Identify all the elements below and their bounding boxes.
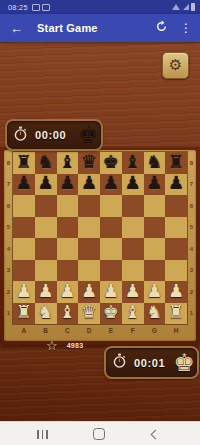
notification-icons xyxy=(32,4,50,11)
piece-black-pawn[interactable]: ♟ xyxy=(81,174,97,192)
rank-label-1: 1 xyxy=(187,303,196,325)
white-clock-value: 00:01 xyxy=(134,357,165,369)
square-g4[interactable] xyxy=(144,238,166,260)
file-label-e: E xyxy=(100,324,122,336)
square-f5[interactable] xyxy=(122,217,144,239)
piece-white-pawn[interactable]: ♟ xyxy=(81,282,97,300)
refresh-icon[interactable] xyxy=(155,19,168,37)
square-d5[interactable] xyxy=(78,217,100,239)
piece-white-pawn[interactable]: ♟ xyxy=(103,282,119,300)
score-value: 4983 xyxy=(67,342,84,349)
square-b6[interactable] xyxy=(35,195,57,217)
square-g7[interactable]: ♟ xyxy=(144,174,166,196)
square-g6[interactable] xyxy=(144,195,166,217)
white-timer-panel: 00:01 ♚ xyxy=(104,346,199,379)
chess-board: 87654321 87654321 ♜♞♝♛♚♝♞♜♟♟♟♟♟♟♟♟♟♟♟♟♟♟… xyxy=(0,147,200,345)
square-f8[interactable]: ♝ xyxy=(122,152,144,174)
rank-label-6: 6 xyxy=(187,195,196,217)
piece-black-pawn[interactable]: ♟ xyxy=(125,174,141,192)
rank-label-7: 7 xyxy=(4,174,13,196)
square-f2[interactable]: ♟ xyxy=(122,281,144,303)
square-d7[interactable]: ♟ xyxy=(78,174,100,196)
piece-white-pawn[interactable]: ♟ xyxy=(125,282,141,300)
square-b4[interactable] xyxy=(35,238,57,260)
piece-black-rook[interactable]: ♜ xyxy=(168,153,184,171)
rank-labels-left: 87654321 xyxy=(4,152,13,324)
board-squares: ♜♞♝♛♚♝♞♜♟♟♟♟♟♟♟♟♟♟♟♟♟♟♟♟♜♞♝♛♚♝♞♜ xyxy=(13,152,187,324)
square-d3[interactable] xyxy=(78,260,100,282)
stopwatch-icon xyxy=(13,126,28,145)
square-c2[interactable]: ♟ xyxy=(57,281,79,303)
square-h4[interactable] xyxy=(165,238,187,260)
square-g1[interactable]: ♞ xyxy=(144,303,166,325)
white-king-icon: ♚ xyxy=(173,351,195,375)
file-label-h: H xyxy=(165,324,187,336)
piece-black-bishop[interactable]: ♝ xyxy=(59,153,75,171)
rank-label-5: 5 xyxy=(4,217,13,239)
file-label-b: B xyxy=(35,324,57,336)
square-d2[interactable]: ♟ xyxy=(78,281,100,303)
star-icon[interactable]: ☆ xyxy=(46,339,58,352)
square-b1[interactable]: ♞ xyxy=(35,303,57,325)
rank-label-7: 7 xyxy=(187,174,196,196)
piece-black-pawn[interactable]: ♟ xyxy=(38,174,54,192)
piece-black-pawn[interactable]: ♟ xyxy=(146,174,162,192)
square-c4[interactable] xyxy=(57,238,79,260)
square-a5[interactable] xyxy=(13,217,35,239)
piece-black-queen[interactable]: ♛ xyxy=(81,153,97,171)
square-b8[interactable]: ♞ xyxy=(35,152,57,174)
overflow-menu-icon[interactable]: ⋮ xyxy=(178,22,194,34)
square-a7[interactable]: ♟ xyxy=(13,174,35,196)
square-e1[interactable]: ♚ xyxy=(100,303,122,325)
piece-white-bishop[interactable]: ♝ xyxy=(125,303,141,321)
square-h1[interactable]: ♜ xyxy=(165,303,187,325)
square-c1[interactable]: ♝ xyxy=(57,303,79,325)
clock-label: 08:25 xyxy=(8,3,28,12)
square-b3[interactable] xyxy=(35,260,57,282)
page-title: Start Game xyxy=(37,22,98,34)
square-c7[interactable]: ♟ xyxy=(57,174,79,196)
square-f3[interactable] xyxy=(122,260,144,282)
piece-black-pawn[interactable]: ♟ xyxy=(59,174,75,192)
square-b5[interactable] xyxy=(35,217,57,239)
square-h7[interactable]: ♟ xyxy=(165,174,187,196)
piece-white-pawn[interactable]: ♟ xyxy=(59,282,75,300)
piece-white-knight[interactable]: ♞ xyxy=(38,303,54,321)
square-e8[interactable]: ♚ xyxy=(100,152,122,174)
file-label-a: A xyxy=(13,324,35,336)
square-c5[interactable] xyxy=(57,217,79,239)
square-e7[interactable]: ♟ xyxy=(100,174,122,196)
piece-black-pawn[interactable]: ♟ xyxy=(16,174,32,192)
rank-label-5: 5 xyxy=(187,217,196,239)
square-g2[interactable]: ♟ xyxy=(144,281,166,303)
file-label-g: G xyxy=(144,324,166,336)
square-a3[interactable] xyxy=(13,260,35,282)
black-clock-value: 00:00 xyxy=(35,129,66,141)
square-h6[interactable] xyxy=(165,195,187,217)
square-d6[interactable] xyxy=(78,195,100,217)
piece-white-knight[interactable]: ♞ xyxy=(146,303,162,321)
square-d4[interactable] xyxy=(78,238,100,260)
square-c3[interactable] xyxy=(57,260,79,282)
battery-icon xyxy=(191,3,195,11)
rank-label-8: 8 xyxy=(187,152,196,174)
back-icon[interactable] xyxy=(151,429,161,439)
app-bar: ← Start Game ⋮ xyxy=(0,14,200,42)
square-e6[interactable] xyxy=(100,195,122,217)
square-e5[interactable] xyxy=(100,217,122,239)
square-a8[interactable]: ♜ xyxy=(13,152,35,174)
square-d8[interactable]: ♛ xyxy=(78,152,100,174)
piece-black-bishop[interactable]: ♝ xyxy=(125,153,141,171)
rank-label-4: 4 xyxy=(4,238,13,260)
piece-black-king[interactable]: ♚ xyxy=(103,153,119,171)
square-f4[interactable] xyxy=(122,238,144,260)
square-h3[interactable] xyxy=(165,260,187,282)
rank-label-3: 3 xyxy=(4,260,13,282)
rank-label-2: 2 xyxy=(187,281,196,303)
square-f6[interactable] xyxy=(122,195,144,217)
square-h8[interactable]: ♜ xyxy=(165,152,187,174)
file-label-c: C xyxy=(57,324,79,336)
piece-black-knight[interactable]: ♞ xyxy=(146,153,162,171)
square-d1[interactable]: ♛ xyxy=(78,303,100,325)
square-g3[interactable] xyxy=(144,260,166,282)
square-f7[interactable]: ♟ xyxy=(122,174,144,196)
recents-icon[interactable] xyxy=(37,430,48,439)
file-label-f: F xyxy=(122,324,144,336)
square-a6[interactable] xyxy=(13,195,35,217)
status-right-icons xyxy=(172,0,195,14)
square-h5[interactable] xyxy=(165,217,187,239)
back-arrow-icon[interactable]: ← xyxy=(10,22,23,35)
square-a2[interactable]: ♟ xyxy=(13,281,35,303)
rank-label-8: 8 xyxy=(4,152,13,174)
square-e2[interactable]: ♟ xyxy=(100,281,122,303)
square-h2[interactable]: ♟ xyxy=(165,281,187,303)
home-icon[interactable] xyxy=(93,428,105,440)
phone-screen: 08:25 ← Start Game ⋮ ⚙ xyxy=(0,0,200,445)
square-g5[interactable] xyxy=(144,217,166,239)
android-nav-bar xyxy=(0,421,200,445)
gear-icon: ⚙ xyxy=(169,58,182,73)
square-a4[interactable] xyxy=(13,238,35,260)
settings-button[interactable]: ⚙ xyxy=(162,52,189,79)
square-e3[interactable] xyxy=(100,260,122,282)
piece-white-pawn[interactable]: ♟ xyxy=(168,282,184,300)
piece-white-rook[interactable]: ♜ xyxy=(168,303,184,321)
square-e4[interactable] xyxy=(100,238,122,260)
rank-label-3: 3 xyxy=(187,260,196,282)
signal-icon xyxy=(183,4,189,10)
square-b2[interactable]: ♟ xyxy=(35,281,57,303)
rank-labels-right: 87654321 xyxy=(187,152,196,324)
piece-white-queen[interactable]: ♛ xyxy=(81,303,97,321)
piece-white-bishop[interactable]: ♝ xyxy=(59,303,75,321)
piece-white-rook[interactable]: ♜ xyxy=(16,303,32,321)
black-king-icon: ♚ xyxy=(77,123,99,147)
rank-label-6: 6 xyxy=(4,195,13,217)
square-c6[interactable] xyxy=(57,195,79,217)
piece-white-pawn[interactable]: ♟ xyxy=(38,282,54,300)
piece-black-rook[interactable]: ♜ xyxy=(16,153,32,171)
stopwatch-icon xyxy=(112,353,127,372)
piece-white-king[interactable]: ♚ xyxy=(103,303,119,321)
black-timer-panel: 00:00 ♚ xyxy=(5,119,103,151)
file-labels: ABCDEFGH xyxy=(13,324,187,336)
score-area: ☆ 4983 xyxy=(46,339,83,352)
wifi-icon xyxy=(172,4,180,10)
square-f1[interactable]: ♝ xyxy=(122,303,144,325)
square-g8[interactable]: ♞ xyxy=(144,152,166,174)
square-a1[interactable]: ♜ xyxy=(13,303,35,325)
piece-white-pawn[interactable]: ♟ xyxy=(146,282,162,300)
piece-white-pawn[interactable]: ♟ xyxy=(16,282,32,300)
piece-black-pawn[interactable]: ♟ xyxy=(168,174,184,192)
pip-icon xyxy=(42,4,50,11)
screenshot-icon xyxy=(32,4,40,11)
status-bar: 08:25 xyxy=(0,0,200,14)
piece-black-pawn[interactable]: ♟ xyxy=(103,174,119,192)
rank-label-4: 4 xyxy=(187,238,196,260)
rank-label-2: 2 xyxy=(4,281,13,303)
rank-label-1: 1 xyxy=(4,303,13,325)
piece-black-knight[interactable]: ♞ xyxy=(38,153,54,171)
file-label-d: D xyxy=(78,324,100,336)
square-c8[interactable]: ♝ xyxy=(57,152,79,174)
square-b7[interactable]: ♟ xyxy=(35,174,57,196)
